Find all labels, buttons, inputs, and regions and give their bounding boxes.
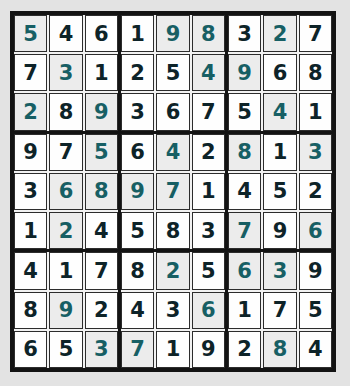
cell-r5c5[interactable]: 7 bbox=[156, 173, 189, 210]
cell-r8c4[interactable]: 4 bbox=[121, 292, 154, 329]
cell-r7c8[interactable]: 3 bbox=[263, 252, 296, 289]
cell-r9c4[interactable]: 7 bbox=[121, 331, 154, 368]
cell-r6c6[interactable]: 3 bbox=[192, 212, 225, 249]
cell-r9c9[interactable]: 4 bbox=[299, 331, 332, 368]
cell-r4c3[interactable]: 5 bbox=[85, 134, 118, 171]
cell-r5c9[interactable]: 2 bbox=[299, 173, 332, 210]
cell-r1c3[interactable]: 6 bbox=[85, 15, 118, 52]
cell-r4c6[interactable]: 2 bbox=[192, 134, 225, 171]
box-7: 417892653 bbox=[14, 252, 118, 368]
cell-r6c2[interactable]: 2 bbox=[49, 212, 82, 249]
cell-r6c9[interactable]: 6 bbox=[299, 212, 332, 249]
cell-r8c1[interactable]: 8 bbox=[14, 292, 47, 329]
cell-r2c2[interactable]: 3 bbox=[49, 54, 82, 91]
page: 5467312891982543673279685419753681246429… bbox=[0, 0, 350, 386]
cell-r9c3[interactable]: 3 bbox=[85, 331, 118, 368]
cell-r5c3[interactable]: 8 bbox=[85, 173, 118, 210]
cell-r1c7[interactable]: 3 bbox=[228, 15, 261, 52]
cell-r3c8[interactable]: 4 bbox=[263, 93, 296, 130]
cell-r9c2[interactable]: 5 bbox=[49, 331, 82, 368]
cell-r7c6[interactable]: 5 bbox=[192, 252, 225, 289]
cell-r3c9[interactable]: 1 bbox=[299, 93, 332, 130]
cell-r7c5[interactable]: 2 bbox=[156, 252, 189, 289]
cell-r3c6[interactable]: 7 bbox=[192, 93, 225, 130]
cell-r3c1[interactable]: 2 bbox=[14, 93, 47, 130]
box-8: 825436719 bbox=[121, 252, 225, 368]
box-2: 198254367 bbox=[121, 15, 225, 131]
cell-r9c7[interactable]: 2 bbox=[228, 331, 261, 368]
cell-r2c6[interactable]: 4 bbox=[192, 54, 225, 91]
cell-r1c8[interactable]: 2 bbox=[263, 15, 296, 52]
cell-r7c1[interactable]: 4 bbox=[14, 252, 47, 289]
cell-r6c7[interactable]: 7 bbox=[228, 212, 261, 249]
cell-r7c3[interactable]: 7 bbox=[85, 252, 118, 289]
box-6: 813452796 bbox=[228, 134, 332, 250]
cell-r6c8[interactable]: 9 bbox=[263, 212, 296, 249]
cell-r5c8[interactable]: 5 bbox=[263, 173, 296, 210]
cell-r2c3[interactable]: 1 bbox=[85, 54, 118, 91]
cell-r1c1[interactable]: 5 bbox=[14, 15, 47, 52]
cell-r7c4[interactable]: 8 bbox=[121, 252, 154, 289]
cell-r1c4[interactable]: 1 bbox=[121, 15, 154, 52]
cell-r6c3[interactable]: 4 bbox=[85, 212, 118, 249]
cell-r3c7[interactable]: 5 bbox=[228, 93, 261, 130]
cell-r1c9[interactable]: 7 bbox=[299, 15, 332, 52]
cell-r2c7[interactable]: 9 bbox=[228, 54, 261, 91]
cell-r8c9[interactable]: 5 bbox=[299, 292, 332, 329]
cell-r2c1[interactable]: 7 bbox=[14, 54, 47, 91]
cell-r9c8[interactable]: 8 bbox=[263, 331, 296, 368]
cell-r4c7[interactable]: 8 bbox=[228, 134, 261, 171]
cell-r7c2[interactable]: 1 bbox=[49, 252, 82, 289]
cell-r4c9[interactable]: 3 bbox=[299, 134, 332, 171]
cell-r8c7[interactable]: 1 bbox=[228, 292, 261, 329]
board-grid: 5467312891982543673279685419753681246429… bbox=[14, 15, 332, 368]
cell-r6c5[interactable]: 8 bbox=[156, 212, 189, 249]
cell-r5c2[interactable]: 6 bbox=[49, 173, 82, 210]
cell-r6c4[interactable]: 5 bbox=[121, 212, 154, 249]
cell-r1c2[interactable]: 4 bbox=[49, 15, 82, 52]
cell-r3c3[interactable]: 9 bbox=[85, 93, 118, 130]
box-3: 327968541 bbox=[228, 15, 332, 131]
sudoku-board: 5467312891982543673279685419753681246429… bbox=[10, 11, 336, 372]
cell-r4c8[interactable]: 1 bbox=[263, 134, 296, 171]
cell-r3c4[interactable]: 3 bbox=[121, 93, 154, 130]
cell-r9c5[interactable]: 1 bbox=[156, 331, 189, 368]
cell-r8c8[interactable]: 7 bbox=[263, 292, 296, 329]
cell-r8c6[interactable]: 6 bbox=[192, 292, 225, 329]
cell-r9c6[interactable]: 9 bbox=[192, 331, 225, 368]
box-5: 642971583 bbox=[121, 134, 225, 250]
box-4: 975368124 bbox=[14, 134, 118, 250]
cell-r1c6[interactable]: 8 bbox=[192, 15, 225, 52]
cell-r1c5[interactable]: 9 bbox=[156, 15, 189, 52]
cell-r5c7[interactable]: 4 bbox=[228, 173, 261, 210]
box-9: 639175284 bbox=[228, 252, 332, 368]
cell-r4c1[interactable]: 9 bbox=[14, 134, 47, 171]
cell-r7c9[interactable]: 9 bbox=[299, 252, 332, 289]
cell-r6c1[interactable]: 1 bbox=[14, 212, 47, 249]
cell-r3c2[interactable]: 8 bbox=[49, 93, 82, 130]
cell-r2c8[interactable]: 6 bbox=[263, 54, 296, 91]
cell-r5c4[interactable]: 9 bbox=[121, 173, 154, 210]
cell-r9c1[interactable]: 6 bbox=[14, 331, 47, 368]
cell-r3c5[interactable]: 6 bbox=[156, 93, 189, 130]
cell-r7c7[interactable]: 6 bbox=[228, 252, 261, 289]
cell-r8c2[interactable]: 9 bbox=[49, 292, 82, 329]
cell-r2c5[interactable]: 5 bbox=[156, 54, 189, 91]
cell-r2c9[interactable]: 8 bbox=[299, 54, 332, 91]
cell-r8c5[interactable]: 3 bbox=[156, 292, 189, 329]
cell-r5c6[interactable]: 1 bbox=[192, 173, 225, 210]
cell-r2c4[interactable]: 2 bbox=[121, 54, 154, 91]
box-1: 546731289 bbox=[14, 15, 118, 131]
cell-r4c4[interactable]: 6 bbox=[121, 134, 154, 171]
cell-r8c3[interactable]: 2 bbox=[85, 292, 118, 329]
cell-r5c1[interactable]: 3 bbox=[14, 173, 47, 210]
cell-r4c2[interactable]: 7 bbox=[49, 134, 82, 171]
cell-r4c5[interactable]: 4 bbox=[156, 134, 189, 171]
